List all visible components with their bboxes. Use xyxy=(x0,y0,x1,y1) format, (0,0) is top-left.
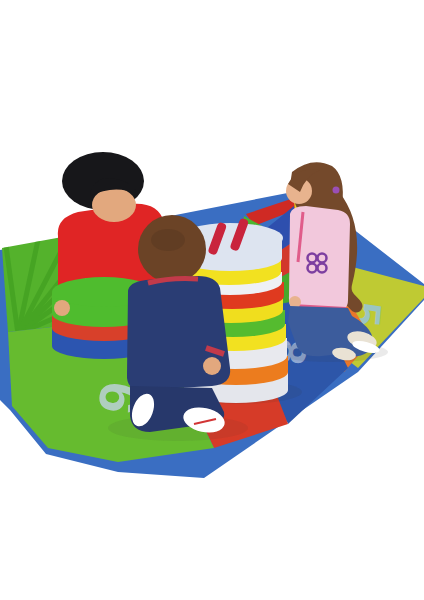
boy-left-face xyxy=(92,188,136,222)
boy-left-hand xyxy=(54,300,70,316)
product-photo: 5 8 6 xyxy=(0,0,424,600)
boy-center-hand xyxy=(203,357,221,375)
boy-center-hair-swirl xyxy=(151,229,185,251)
girl-hair-clip xyxy=(333,187,340,194)
photo-illustration: 5 8 6 xyxy=(0,0,424,600)
